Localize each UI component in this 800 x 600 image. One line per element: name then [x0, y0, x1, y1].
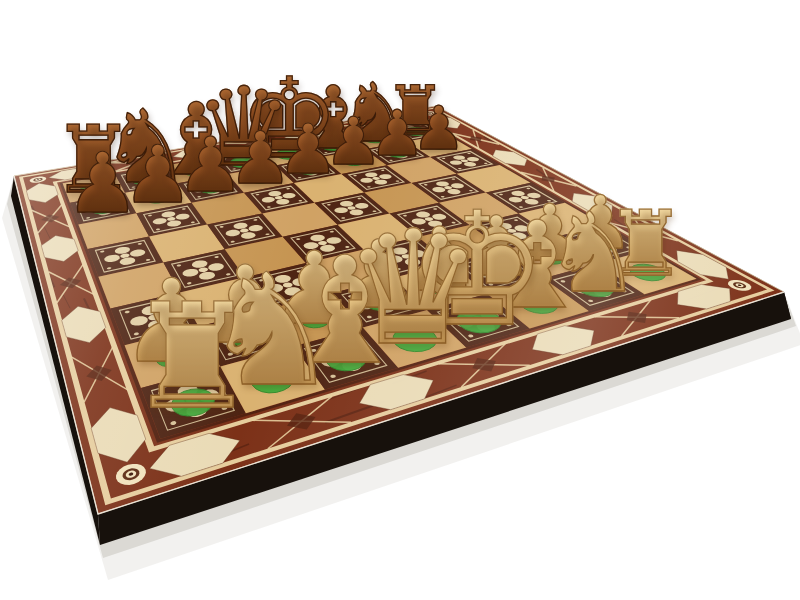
chess-set-photo-scene: ♜♞♝♛♚♝♞♜♟♟♟♟♟♟♟♟♟♟♟♟♟♟♟♟♜♞♝♛♚♝♞♜: [0, 0, 800, 600]
felt-pad-e8: [276, 149, 305, 160]
felt-pad-f8: [322, 142, 347, 151]
chess-board: [0, 0, 800, 600]
felt-pad-c1: [326, 347, 367, 371]
felt-pad-d2: [366, 295, 394, 310]
felt-pad-h7: [430, 142, 449, 149]
felt-pad-g7: [388, 150, 407, 157]
felt-pad-d1: [393, 327, 437, 352]
felt-pad-h8: [405, 128, 427, 136]
felt-pad-e2: [427, 280, 455, 294]
felt-pad-f7: [344, 158, 364, 166]
felt-pad-d7: [251, 175, 272, 183]
felt-pad-e7: [299, 166, 320, 174]
felt-pad-g8: [364, 135, 388, 143]
felt-pad-c2: [301, 312, 330, 328]
